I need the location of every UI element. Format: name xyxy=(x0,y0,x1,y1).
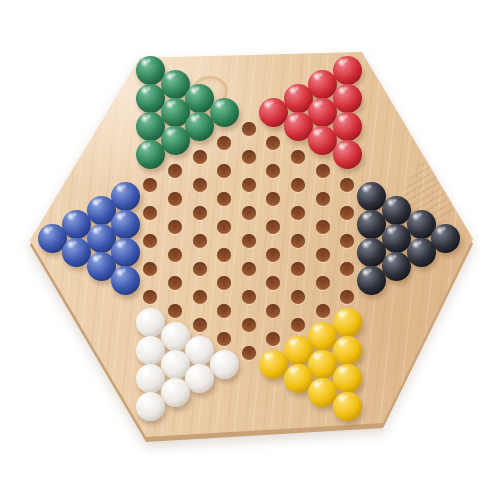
marble-green[interactable] xyxy=(136,140,165,169)
marble-black[interactable] xyxy=(357,266,386,295)
marble-layer xyxy=(0,0,500,500)
marble-yellow[interactable] xyxy=(333,308,362,337)
marble-blue[interactable] xyxy=(111,210,140,239)
marble-black[interactable] xyxy=(382,252,411,281)
marble-white[interactable] xyxy=(161,378,190,407)
marble-yellow[interactable] xyxy=(333,364,362,393)
marble-green[interactable] xyxy=(210,98,239,127)
marble-yellow[interactable] xyxy=(333,392,362,421)
marble-green[interactable] xyxy=(161,126,190,155)
marble-red[interactable] xyxy=(333,140,362,169)
marble-red[interactable] xyxy=(333,84,362,113)
marble-red[interactable] xyxy=(333,112,362,141)
marble-white[interactable] xyxy=(136,392,165,421)
marble-blue[interactable] xyxy=(111,182,140,211)
marble-white[interactable] xyxy=(210,350,239,379)
product-photo xyxy=(0,0,500,500)
marble-blue[interactable] xyxy=(111,266,140,295)
marble-yellow[interactable] xyxy=(333,336,362,365)
chinese-checkers-board xyxy=(0,0,500,500)
marble-blue[interactable] xyxy=(111,238,140,267)
marble-black[interactable] xyxy=(407,238,436,267)
marble-red[interactable] xyxy=(333,56,362,85)
